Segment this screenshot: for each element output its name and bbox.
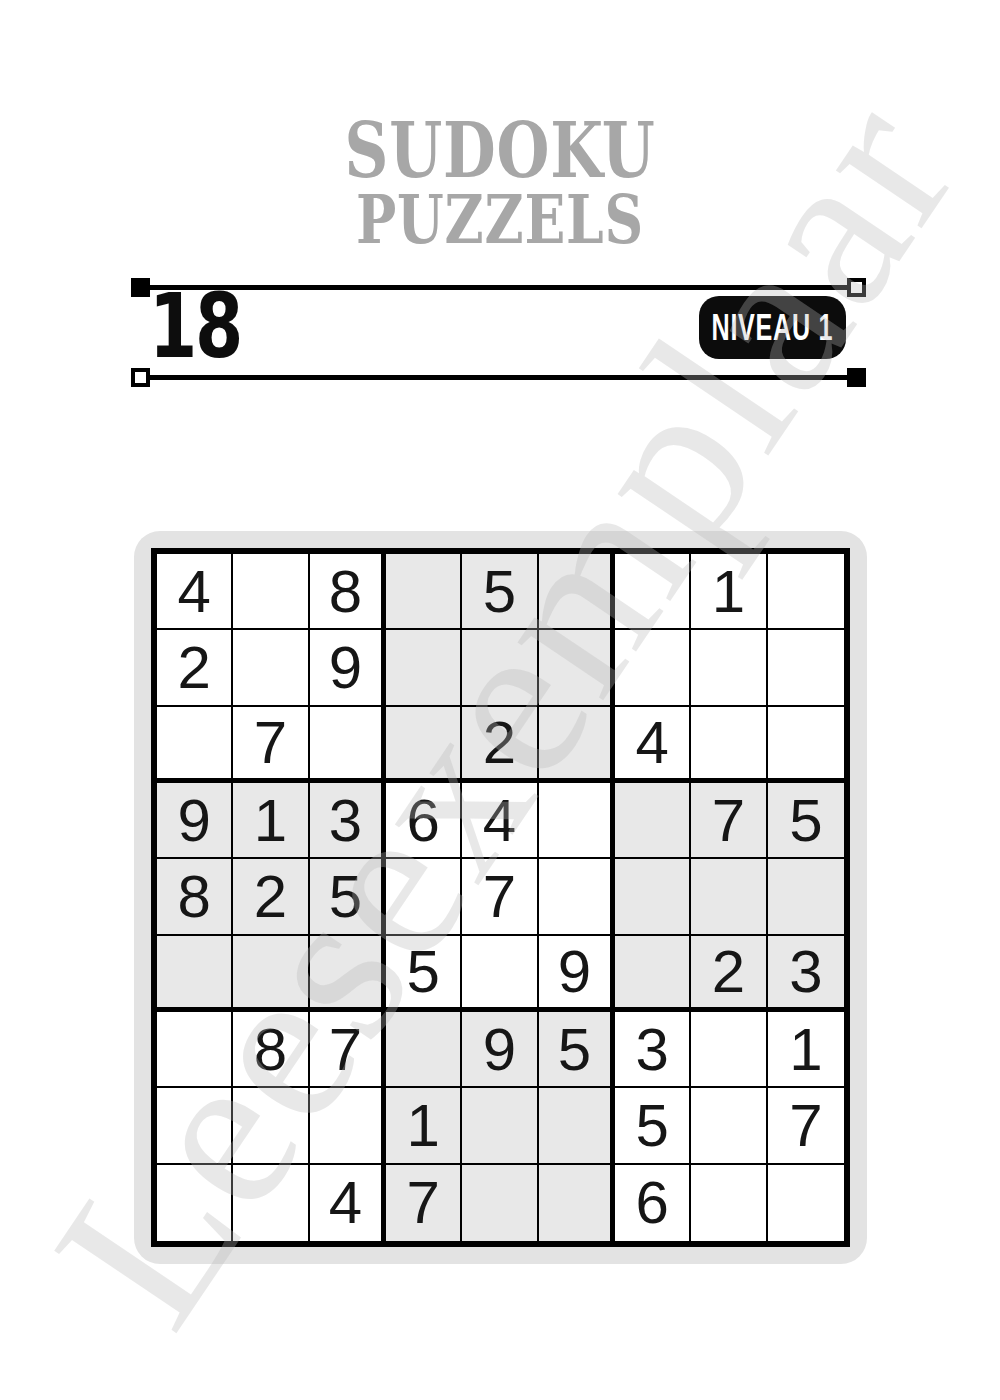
sudoku-board-frame: 485129724913647582575923879531157476: [134, 531, 867, 1264]
sudoku-cell-r3c8[interactable]: [691, 707, 767, 783]
sudoku-cell-r6c2[interactable]: [233, 936, 309, 1012]
sudoku-cell-r1c1[interactable]: 4: [157, 554, 233, 630]
sudoku-cell-r1c7[interactable]: [615, 554, 691, 630]
sudoku-cell-r2c6[interactable]: [539, 630, 615, 706]
sudoku-cell-r9c3[interactable]: 4: [310, 1165, 386, 1241]
page-title: SUDOKU PUZZELS: [0, 116, 1000, 252]
sudoku-cell-r7c5[interactable]: 9: [462, 1012, 538, 1088]
sudoku-cell-r1c3[interactable]: 8: [310, 554, 386, 630]
sudoku-cell-r1c5[interactable]: 5: [462, 554, 538, 630]
sudoku-cell-r5c8[interactable]: [691, 859, 767, 935]
header-rule-top: [141, 285, 857, 290]
sudoku-cell-r6c9[interactable]: 3: [768, 936, 844, 1012]
sudoku-cell-r6c3[interactable]: [310, 936, 386, 1012]
sudoku-cell-r4c3[interactable]: 3: [310, 783, 386, 859]
title-line-2: PUZZELS: [100, 188, 900, 252]
sudoku-cell-r6c5[interactable]: [462, 936, 538, 1012]
title-line-1: SUDOKU: [100, 116, 900, 186]
sudoku-cell-r2c8[interactable]: [691, 630, 767, 706]
sudoku-cell-r8c1[interactable]: [157, 1088, 233, 1164]
sudoku-cell-r7c4[interactable]: [386, 1012, 462, 1088]
sudoku-cell-r4c2[interactable]: 1: [233, 783, 309, 859]
sudoku-cell-r8c7[interactable]: 5: [615, 1088, 691, 1164]
sudoku-cell-r3c2[interactable]: 7: [233, 707, 309, 783]
sudoku-cell-r3c9[interactable]: [768, 707, 844, 783]
sudoku-cell-r7c7[interactable]: 3: [615, 1012, 691, 1088]
sudoku-cell-r6c8[interactable]: 2: [691, 936, 767, 1012]
sudoku-cell-r1c8[interactable]: 1: [691, 554, 767, 630]
sudoku-cell-r5c1[interactable]: 8: [157, 859, 233, 935]
sudoku-cell-r9c8[interactable]: [691, 1165, 767, 1241]
sudoku-cell-r1c2[interactable]: [233, 554, 309, 630]
sudoku-cell-r2c1[interactable]: 2: [157, 630, 233, 706]
sudoku-cell-r1c4[interactable]: [386, 554, 462, 630]
sudoku-cell-r5c7[interactable]: [615, 859, 691, 935]
sudoku-cell-r5c9[interactable]: [768, 859, 844, 935]
sudoku-cell-r1c9[interactable]: [768, 554, 844, 630]
sudoku-cell-r8c6[interactable]: [539, 1088, 615, 1164]
sudoku-cell-r5c6[interactable]: [539, 859, 615, 935]
sudoku-cell-r5c5[interactable]: 7: [462, 859, 538, 935]
sudoku-cell-r2c2[interactable]: [233, 630, 309, 706]
sudoku-cell-r2c3[interactable]: 9: [310, 630, 386, 706]
sudoku-cell-r8c3[interactable]: [310, 1088, 386, 1164]
sudoku-grid: 485129724913647582575923879531157476: [151, 548, 850, 1247]
sudoku-cell-r7c9[interactable]: 1: [768, 1012, 844, 1088]
sudoku-cell-r6c4[interactable]: 5: [386, 936, 462, 1012]
level-badge-label: NIVEAU 1: [712, 309, 833, 346]
sudoku-cell-r3c5[interactable]: 2: [462, 707, 538, 783]
sudoku-cell-r2c4[interactable]: [386, 630, 462, 706]
sudoku-cell-r5c2[interactable]: 2: [233, 859, 309, 935]
sudoku-cell-r3c6[interactable]: [539, 707, 615, 783]
sudoku-cell-r7c6[interactable]: 5: [539, 1012, 615, 1088]
sudoku-cell-r7c3[interactable]: 7: [310, 1012, 386, 1088]
sudoku-cell-r9c2[interactable]: [233, 1165, 309, 1241]
rule-endpoint-square-top-right: [847, 278, 866, 297]
sudoku-cell-r4c4[interactable]: 6: [386, 783, 462, 859]
sudoku-cell-r5c3[interactable]: 5: [310, 859, 386, 935]
sudoku-cell-r4c5[interactable]: 4: [462, 783, 538, 859]
header-rule-bottom: [141, 375, 857, 380]
sudoku-cell-r9c1[interactable]: [157, 1165, 233, 1241]
sudoku-cell-r3c4[interactable]: [386, 707, 462, 783]
puzzle-page: SUDOKU PUZZELS 18 NIVEAU 1 4851297249136…: [0, 0, 1000, 1400]
sudoku-cell-r5c4[interactable]: [386, 859, 462, 935]
sudoku-cell-r6c6[interactable]: 9: [539, 936, 615, 1012]
rule-endpoint-square-top-left: [131, 278, 150, 297]
sudoku-cell-r3c3[interactable]: [310, 707, 386, 783]
sudoku-cell-r9c7[interactable]: 6: [615, 1165, 691, 1241]
sudoku-cell-r2c7[interactable]: [615, 630, 691, 706]
sudoku-cell-r7c8[interactable]: [691, 1012, 767, 1088]
sudoku-cell-r3c1[interactable]: [157, 707, 233, 783]
sudoku-cell-r3c7[interactable]: 4: [615, 707, 691, 783]
sudoku-cell-r8c9[interactable]: 7: [768, 1088, 844, 1164]
sudoku-cell-r9c9[interactable]: [768, 1165, 844, 1241]
sudoku-cell-r7c1[interactable]: [157, 1012, 233, 1088]
sudoku-cell-r9c6[interactable]: [539, 1165, 615, 1241]
sudoku-cell-r8c8[interactable]: [691, 1088, 767, 1164]
sudoku-cell-r2c5[interactable]: [462, 630, 538, 706]
sudoku-cell-r4c1[interactable]: 9: [157, 783, 233, 859]
rule-endpoint-square-bottom-left: [131, 368, 150, 387]
sudoku-cell-r6c1[interactable]: [157, 936, 233, 1012]
sudoku-cell-r9c4[interactable]: 7: [386, 1165, 462, 1241]
sudoku-cell-r8c4[interactable]: 1: [386, 1088, 462, 1164]
sudoku-cell-r4c6[interactable]: [539, 783, 615, 859]
sudoku-cell-r4c7[interactable]: [615, 783, 691, 859]
sudoku-cell-r4c9[interactable]: 5: [768, 783, 844, 859]
sudoku-cell-r7c2[interactable]: 8: [233, 1012, 309, 1088]
sudoku-cell-r6c7[interactable]: [615, 936, 691, 1012]
puzzle-number: 18: [149, 282, 241, 371]
sudoku-cell-r9c5[interactable]: [462, 1165, 538, 1241]
rule-endpoint-square-bottom-right: [847, 368, 866, 387]
level-badge: NIVEAU 1: [699, 296, 846, 359]
sudoku-cell-r8c2[interactable]: [233, 1088, 309, 1164]
sudoku-cell-r1c6[interactable]: [539, 554, 615, 630]
sudoku-cell-r2c9[interactable]: [768, 630, 844, 706]
sudoku-cell-r4c8[interactable]: 7: [691, 783, 767, 859]
sudoku-cell-r8c5[interactable]: [462, 1088, 538, 1164]
